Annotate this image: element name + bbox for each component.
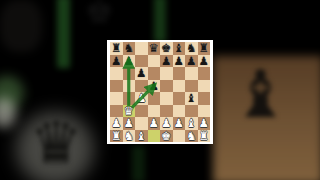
piece-black-pawn[interactable]: ♟	[160, 55, 173, 68]
piece-white-rook[interactable]: ♜	[198, 130, 211, 143]
square-b1[interactable]: ♞	[123, 130, 136, 143]
square-c8[interactable]	[135, 42, 148, 55]
piece-black-pawn[interactable]: ♟	[198, 55, 211, 68]
piece-white-pawn[interactable]: ♟	[110, 117, 123, 130]
square-b7[interactable]: ♟	[123, 55, 136, 68]
square-d1[interactable]	[148, 130, 161, 143]
square-b2[interactable]: ♟	[123, 117, 136, 130]
blurred-black-queen-icon: ♛	[30, 114, 82, 172]
square-g6[interactable]	[185, 67, 198, 80]
square-g1[interactable]: ♞	[185, 130, 198, 143]
square-b8[interactable]: ♞	[123, 42, 136, 55]
square-f4[interactable]	[173, 92, 186, 105]
piece-white-pawn[interactable]: ♟	[135, 92, 148, 105]
square-d7[interactable]	[148, 55, 161, 68]
square-c6[interactable]: ♟	[135, 67, 148, 80]
square-g7[interactable]: ♟	[185, 55, 198, 68]
piece-white-pawn[interactable]: ♟	[173, 117, 186, 130]
square-c4[interactable]: ♟	[135, 92, 148, 105]
piece-white-pawn[interactable]: ♟	[148, 117, 161, 130]
square-e6[interactable]	[160, 67, 173, 80]
piece-black-bishop[interactable]: ♝	[173, 42, 186, 55]
square-a7[interactable]: ♟	[110, 55, 123, 68]
piece-white-king[interactable]: ♚	[160, 130, 173, 143]
piece-white-rook[interactable]: ♜	[110, 130, 123, 143]
square-h2[interactable]: ♟	[198, 117, 211, 130]
square-a5[interactable]	[110, 80, 123, 93]
chess-board: ♜♞♛♚♝♞♜♟♟♟♟♟♟♟♟♟♝♛♟♟♟♟♟♝♟♜♞♝♚♞♜	[110, 42, 210, 142]
blurred-arrow-streak	[154, 0, 166, 42]
square-e8[interactable]: ♚	[160, 42, 173, 55]
piece-white-knight[interactable]: ♞	[123, 130, 136, 143]
square-b4[interactable]	[123, 92, 136, 105]
square-e7[interactable]: ♟	[160, 55, 173, 68]
square-d6[interactable]	[148, 67, 161, 80]
piece-black-rook[interactable]: ♜	[110, 42, 123, 55]
piece-black-pawn[interactable]: ♟	[135, 67, 148, 80]
square-g8[interactable]: ♞	[185, 42, 198, 55]
square-b5[interactable]	[123, 80, 136, 93]
square-d8[interactable]: ♛	[148, 42, 161, 55]
piece-black-pawn[interactable]: ♟	[185, 55, 198, 68]
square-e2[interactable]: ♟	[160, 117, 173, 130]
square-h5[interactable]	[198, 80, 211, 93]
square-g2[interactable]: ♝	[185, 117, 198, 130]
square-c2[interactable]	[135, 117, 148, 130]
square-c3[interactable]	[135, 105, 148, 118]
piece-black-pawn[interactable]: ♟	[110, 55, 123, 68]
piece-black-bishop[interactable]: ♝	[185, 92, 198, 105]
square-h6[interactable]	[198, 67, 211, 80]
square-d5[interactable]: ♟	[148, 80, 161, 93]
square-h7[interactable]: ♟	[198, 55, 211, 68]
blurred-arrow-streak	[132, 146, 145, 180]
square-e1[interactable]: ♚	[160, 130, 173, 143]
square-d4[interactable]	[148, 92, 161, 105]
square-e5[interactable]	[160, 80, 173, 93]
square-a6[interactable]	[110, 67, 123, 80]
square-a4[interactable]	[110, 92, 123, 105]
square-h4[interactable]	[198, 92, 211, 105]
square-f5[interactable]	[173, 80, 186, 93]
square-f1[interactable]	[173, 130, 186, 143]
square-d2[interactable]: ♟	[148, 117, 161, 130]
blurred-piece-blob	[0, 0, 42, 52]
video-frame: ♚ ♛ ♝ ♜♞♛♚♝♞♜♟♟♟♟♟♟♟♟♟♝♛♟♟♟♟♟♝♟♜♞♝♚♞♜	[0, 0, 320, 180]
piece-black-pawn[interactable]: ♟	[173, 55, 186, 68]
square-g4[interactable]: ♝	[185, 92, 198, 105]
square-f8[interactable]: ♝	[173, 42, 186, 55]
square-h1[interactable]: ♜	[198, 130, 211, 143]
piece-black-rook[interactable]: ♜	[198, 42, 211, 55]
piece-white-bishop[interactable]: ♝	[185, 117, 198, 130]
piece-black-pawn[interactable]: ♟	[148, 80, 161, 93]
square-h8[interactable]: ♜	[198, 42, 211, 55]
blurred-black-king-icon: ♚	[84, 0, 114, 28]
piece-black-knight[interactable]: ♞	[185, 42, 198, 55]
board-frame: ♜♞♛♚♝♞♜♟♟♟♟♟♟♟♟♟♝♛♟♟♟♟♟♝♟♜♞♝♚♞♜	[107, 40, 213, 144]
square-f7[interactable]: ♟	[173, 55, 186, 68]
square-a2[interactable]: ♟	[110, 117, 123, 130]
square-a8[interactable]: ♜	[110, 42, 123, 55]
piece-black-queen[interactable]: ♛	[148, 42, 161, 55]
piece-white-knight[interactable]: ♞	[185, 130, 198, 143]
square-c1[interactable]: ♝	[135, 130, 148, 143]
blurred-black-bishop-icon: ♝	[231, 62, 290, 128]
piece-white-bishop[interactable]: ♝	[135, 130, 148, 143]
piece-black-king[interactable]: ♚	[160, 42, 173, 55]
piece-black-knight[interactable]: ♞	[123, 42, 136, 55]
piece-white-pawn[interactable]: ♟	[160, 117, 173, 130]
square-f6[interactable]	[173, 67, 186, 80]
square-e4[interactable]	[160, 92, 173, 105]
piece-white-pawn[interactable]: ♟	[123, 117, 136, 130]
piece-black-pawn[interactable]: ♟	[123, 55, 136, 68]
square-a1[interactable]: ♜	[110, 130, 123, 143]
square-f2[interactable]: ♟	[173, 117, 186, 130]
piece-white-pawn[interactable]: ♟	[198, 117, 211, 130]
blurred-arrow-streak	[57, 0, 70, 68]
square-b6[interactable]	[123, 67, 136, 80]
